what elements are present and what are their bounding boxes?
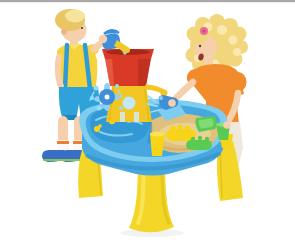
boy-hair-highlight — [65, 10, 85, 23]
tower-leg-gap — [134, 112, 139, 122]
girl-right-hand — [223, 121, 231, 129]
croc-bump — [171, 126, 176, 131]
tower-window — [123, 97, 136, 110]
hair-highlight — [233, 48, 241, 56]
splash-drop — [94, 86, 99, 91]
boy-suspender-left — [65, 45, 67, 89]
sand-cup-top — [150, 132, 165, 137]
girl-sleeve — [230, 72, 247, 92]
croc-body — [186, 140, 212, 150]
flower-clip-center — [203, 30, 206, 33]
girl-left-hand — [168, 99, 176, 107]
tower-leg-gap — [120, 112, 125, 122]
boat-deck — [199, 119, 214, 129]
boy-left-arm — [58, 57, 60, 84]
croc-bump — [191, 137, 195, 141]
splash-drop — [119, 106, 123, 110]
boy-sock-stripe — [57, 141, 69, 144]
product-photo — [0, 0, 295, 242]
splash-drop — [115, 84, 119, 88]
wheel-hub — [105, 95, 110, 100]
can-sprinkle-head — [124, 47, 130, 53]
croc-bump — [205, 137, 209, 141]
scene-canvas — [0, 0, 295, 242]
duck-head — [98, 124, 102, 128]
top-border-line — [0, 0, 295, 2]
hair-highlight — [217, 25, 227, 35]
boy-raised-hand — [99, 35, 107, 43]
croc-bump — [178, 125, 183, 130]
boy-ear — [61, 29, 67, 35]
splash-drop — [97, 106, 102, 111]
boy-eye — [81, 27, 83, 29]
sprayer-nozzle — [159, 96, 163, 100]
hair-highlight — [229, 36, 238, 45]
girl-eye — [199, 45, 201, 47]
croc-bump — [185, 126, 190, 131]
croc-bump — [198, 136, 202, 140]
